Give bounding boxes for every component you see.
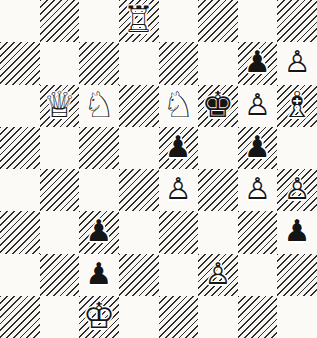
square-e7[interactable] [159, 42, 199, 84]
square-g4[interactable]: ♙ [238, 169, 278, 211]
square-g6[interactable]: ♙ [238, 85, 278, 127]
square-c6[interactable]: ♘ [79, 85, 119, 127]
square-d6[interactable] [119, 85, 159, 127]
square-h8[interactable] [277, 0, 317, 42]
square-f3[interactable] [198, 211, 238, 253]
square-c4[interactable] [79, 169, 119, 211]
square-a8[interactable] [0, 0, 40, 42]
square-h5[interactable] [277, 127, 317, 169]
square-e2[interactable] [159, 254, 199, 296]
square-a3[interactable] [0, 211, 40, 253]
square-c2[interactable]: ♟ [79, 254, 119, 296]
square-e1[interactable] [159, 296, 199, 338]
square-h7[interactable]: ♙ [277, 42, 317, 84]
square-f8[interactable] [198, 0, 238, 42]
square-b4[interactable] [40, 169, 80, 211]
square-h2[interactable] [277, 254, 317, 296]
square-a2[interactable] [0, 254, 40, 296]
square-c5[interactable] [79, 127, 119, 169]
square-a1[interactable] [0, 296, 40, 338]
square-b3[interactable] [40, 211, 80, 253]
square-g3[interactable] [238, 211, 278, 253]
square-h6[interactable]: ♗ [277, 85, 317, 127]
piece-white-pawn[interactable]: ♙ [244, 90, 271, 120]
piece-black-pawn[interactable]: ♟ [284, 216, 311, 246]
square-a7[interactable] [0, 42, 40, 84]
square-a5[interactable] [0, 127, 40, 169]
square-g8[interactable] [238, 0, 278, 42]
square-e4[interactable]: ♙ [159, 169, 199, 211]
square-f2[interactable]: ♙ [198, 254, 238, 296]
piece-black-pawn[interactable]: ♟ [244, 132, 271, 162]
piece-white-pawn[interactable]: ♙ [204, 259, 231, 289]
square-f5[interactable] [198, 127, 238, 169]
square-d4[interactable] [119, 169, 159, 211]
square-b7[interactable] [40, 42, 80, 84]
piece-white-pawn[interactable]: ♙ [284, 174, 311, 204]
square-h3[interactable]: ♟ [277, 211, 317, 253]
piece-white-pawn[interactable]: ♙ [284, 47, 311, 77]
piece-white-knight[interactable]: ♘ [83, 87, 115, 123]
square-d3[interactable] [119, 211, 159, 253]
square-f6[interactable]: ♚ [198, 85, 238, 127]
piece-white-knight[interactable]: ♘ [162, 87, 194, 123]
piece-white-king[interactable]: ♔ [83, 298, 115, 334]
square-g2[interactable] [238, 254, 278, 296]
square-d7[interactable] [119, 42, 159, 84]
piece-white-bishop[interactable]: ♗ [281, 87, 313, 123]
square-d8[interactable]: ♖ [119, 0, 159, 42]
square-h1[interactable] [277, 296, 317, 338]
square-d2[interactable] [119, 254, 159, 296]
chess-diagram: ♖♟♙♕♘♘♚♙♗♟♟♙♙♙♟♟♟♙♔ [0, 0, 317, 338]
piece-white-rook[interactable]: ♖ [123, 2, 155, 38]
square-g7[interactable]: ♟ [238, 42, 278, 84]
piece-white-pawn[interactable]: ♙ [244, 174, 271, 204]
square-c7[interactable] [79, 42, 119, 84]
square-g5[interactable]: ♟ [238, 127, 278, 169]
square-d1[interactable] [119, 296, 159, 338]
piece-black-pawn[interactable]: ♟ [244, 47, 271, 77]
square-a4[interactable] [0, 169, 40, 211]
square-c3[interactable]: ♟ [79, 211, 119, 253]
square-a6[interactable] [0, 85, 40, 127]
square-h4[interactable]: ♙ [277, 169, 317, 211]
square-b8[interactable] [40, 0, 80, 42]
square-b6[interactable]: ♕ [40, 85, 80, 127]
square-e8[interactable] [159, 0, 199, 42]
chessboard: ♖♟♙♕♘♘♚♙♗♟♟♙♙♙♟♟♟♙♔ [0, 0, 317, 338]
piece-black-pawn[interactable]: ♟ [165, 132, 192, 162]
square-b2[interactable] [40, 254, 80, 296]
square-d5[interactable] [119, 127, 159, 169]
square-e6[interactable]: ♘ [159, 85, 199, 127]
square-c1[interactable]: ♔ [79, 296, 119, 338]
piece-black-pawn[interactable]: ♟ [86, 259, 113, 289]
piece-black-pawn[interactable]: ♟ [86, 216, 113, 246]
square-g1[interactable] [238, 296, 278, 338]
piece-black-king[interactable]: ♚ [202, 87, 234, 123]
square-f1[interactable] [198, 296, 238, 338]
square-c8[interactable] [79, 0, 119, 42]
piece-white-queen[interactable]: ♕ [43, 87, 75, 123]
square-e3[interactable] [159, 211, 199, 253]
square-e5[interactable]: ♟ [159, 127, 199, 169]
square-f7[interactable] [198, 42, 238, 84]
piece-white-pawn[interactable]: ♙ [165, 174, 192, 204]
square-f4[interactable] [198, 169, 238, 211]
square-b1[interactable] [40, 296, 80, 338]
square-b5[interactable] [40, 127, 80, 169]
